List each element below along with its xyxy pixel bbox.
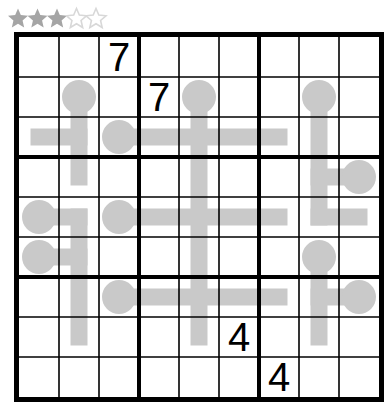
given-digit-r2-c4[interactable]: 7 — [139, 77, 179, 117]
cell-r1-c7[interactable] — [259, 37, 299, 77]
cell-r7-c8[interactable] — [299, 277, 339, 317]
cell-r5-c8[interactable] — [299, 197, 339, 237]
cell-r2-c7[interactable] — [259, 77, 299, 117]
cell-r1-c9[interactable] — [339, 37, 379, 77]
cell-r2-c5[interactable] — [179, 77, 219, 117]
cell-r3-c7[interactable] — [259, 117, 299, 157]
cell-r3-c5[interactable] — [179, 117, 219, 157]
cell-r5-c2[interactable] — [59, 197, 99, 237]
cell-r5-c6[interactable] — [219, 197, 259, 237]
cell-r3-c4[interactable] — [139, 117, 179, 157]
cell-r9-c3[interactable] — [99, 357, 139, 397]
cell-r7-c4[interactable] — [139, 277, 179, 317]
cell-r2-c3[interactable] — [99, 77, 139, 117]
cell-r9-c8[interactable] — [299, 357, 339, 397]
difficulty-stars — [6, 6, 110, 32]
cell-r8-c7[interactable] — [259, 317, 299, 357]
cell-r4-c2[interactable] — [59, 157, 99, 197]
cell-r7-c1[interactable] — [19, 277, 59, 317]
star-empty-icon — [86, 9, 106, 28]
cell-r9-c2[interactable] — [59, 357, 99, 397]
cell-r4-c7[interactable] — [259, 157, 299, 197]
cell-r6-c9[interactable] — [339, 237, 379, 277]
cell-r7-c7[interactable] — [259, 277, 299, 317]
cell-r4-c9[interactable] — [339, 157, 379, 197]
cell-r8-c8[interactable] — [299, 317, 339, 357]
given-digit-r1-c3[interactable]: 7 — [99, 37, 139, 77]
cell-r9-c4[interactable] — [139, 357, 179, 397]
cell-r5-c5[interactable] — [179, 197, 219, 237]
cell-r6-c3[interactable] — [99, 237, 139, 277]
cell-r3-c3[interactable] — [99, 117, 139, 157]
cell-r6-c5[interactable] — [179, 237, 219, 277]
cell-r8-c1[interactable] — [19, 317, 59, 357]
cell-r5-c4[interactable] — [139, 197, 179, 237]
cell-r8-c2[interactable] — [59, 317, 99, 357]
cell-r9-c9[interactable] — [339, 357, 379, 397]
cell-r1-c2[interactable] — [59, 37, 99, 77]
cell-r7-c5[interactable] — [179, 277, 219, 317]
cell-r2-c9[interactable] — [339, 77, 379, 117]
cell-r1-c4[interactable] — [139, 37, 179, 77]
cell-r4-c3[interactable] — [99, 157, 139, 197]
star-filled-icon — [8, 9, 28, 28]
given-digit-r8-c6[interactable]: 4 — [219, 317, 259, 357]
cell-r9-c6[interactable] — [219, 357, 259, 397]
cell-r7-c9[interactable] — [339, 277, 379, 317]
cell-r4-c4[interactable] — [139, 157, 179, 197]
cell-r6-c4[interactable] — [139, 237, 179, 277]
cell-r2-c2[interactable] — [59, 77, 99, 117]
cell-r8-c5[interactable] — [179, 317, 219, 357]
cell-r8-c4[interactable] — [139, 317, 179, 357]
cell-r9-c1[interactable] — [19, 357, 59, 397]
cell-r4-c8[interactable] — [299, 157, 339, 197]
cell-r6-c7[interactable] — [259, 237, 299, 277]
cell-r6-c2[interactable] — [59, 237, 99, 277]
cell-r8-c9[interactable] — [339, 317, 379, 357]
cell-r7-c6[interactable] — [219, 277, 259, 317]
cell-r4-c5[interactable] — [179, 157, 219, 197]
star-filled-icon — [47, 9, 67, 28]
cell-r3-c2[interactable] — [59, 117, 99, 157]
puzzle-page: { "game": "thermometer-sudoku", "difficu… — [0, 0, 390, 412]
cell-r1-c6[interactable] — [219, 37, 259, 77]
cell-r2-c6[interactable] — [219, 77, 259, 117]
cell-r3-c6[interactable] — [219, 117, 259, 157]
cell-r8-c3[interactable] — [99, 317, 139, 357]
cell-r1-c5[interactable] — [179, 37, 219, 77]
cell-r5-c1[interactable] — [19, 197, 59, 237]
cell-r5-c3[interactable] — [99, 197, 139, 237]
cell-r4-c1[interactable] — [19, 157, 59, 197]
cell-r2-c8[interactable] — [299, 77, 339, 117]
cell-r3-c1[interactable] — [19, 117, 59, 157]
cell-r1-c8[interactable] — [299, 37, 339, 77]
cell-r6-c6[interactable] — [219, 237, 259, 277]
cell-r4-c6[interactable] — [219, 157, 259, 197]
given-digit-r9-c7[interactable]: 4 — [259, 357, 299, 397]
cell-r5-c7[interactable] — [259, 197, 299, 237]
cells-layer: 7744 — [19, 37, 379, 397]
cell-r1-c1[interactable] — [19, 37, 59, 77]
cell-r6-c1[interactable] — [19, 237, 59, 277]
star-empty-icon — [67, 9, 87, 28]
cell-r3-c8[interactable] — [299, 117, 339, 157]
sudoku-board: 7744 — [14, 32, 384, 402]
cell-r6-c8[interactable] — [299, 237, 339, 277]
cell-r5-c9[interactable] — [339, 197, 379, 237]
star-filled-icon — [28, 9, 48, 28]
cell-r9-c5[interactable] — [179, 357, 219, 397]
cell-r2-c1[interactable] — [19, 77, 59, 117]
cell-r7-c3[interactable] — [99, 277, 139, 317]
cell-r3-c9[interactable] — [339, 117, 379, 157]
cell-r7-c2[interactable] — [59, 277, 99, 317]
